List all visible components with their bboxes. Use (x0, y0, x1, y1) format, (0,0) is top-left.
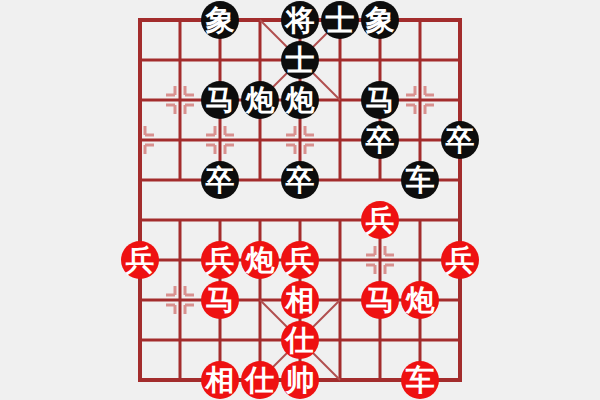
point-5-0[interactable]: 士 (320, 0, 360, 40)
point-7-2[interactable] (400, 80, 440, 120)
point-4-6[interactable]: 兵 (280, 240, 320, 280)
point-2-4[interactable]: 卒 (200, 160, 240, 200)
piece-red-cannon[interactable]: 炮 (241, 241, 279, 279)
point-8-4[interactable] (440, 160, 480, 200)
point-6-1[interactable] (360, 40, 400, 80)
point-2-8[interactable] (200, 320, 240, 360)
board-points: 象将士象士马炮炮马卒卒卒卒车兵兵兵炮兵兵马相马炮仕相仕帅车 (120, 0, 480, 400)
point-7-7[interactable]: 炮 (400, 280, 440, 320)
piece-red-soldier[interactable]: 兵 (441, 241, 479, 279)
point-4-2[interactable]: 炮 (280, 80, 320, 120)
piece-black-advisor[interactable]: 士 (281, 41, 319, 79)
point-8-0[interactable] (440, 0, 480, 40)
piece-red-advisor[interactable]: 仕 (281, 321, 319, 359)
piece-black-elephant[interactable]: 象 (361, 1, 399, 39)
point-3-3[interactable] (240, 120, 280, 160)
piece-red-soldier[interactable]: 兵 (361, 201, 399, 239)
point-7-5[interactable] (400, 200, 440, 240)
point-2-1[interactable] (200, 40, 240, 80)
point-1-8[interactable] (160, 320, 200, 360)
piece-red-cannon[interactable]: 炮 (401, 281, 439, 319)
point-6-4[interactable] (360, 160, 400, 200)
point-0-4[interactable] (120, 160, 160, 200)
point-1-3[interactable] (160, 120, 200, 160)
point-4-1[interactable]: 士 (280, 40, 320, 80)
point-8-7[interactable] (440, 280, 480, 320)
point-6-7[interactable]: 马 (360, 280, 400, 320)
piece-black-soldier[interactable]: 卒 (441, 121, 479, 159)
point-4-9[interactable]: 帅 (280, 360, 320, 400)
point-5-8[interactable] (320, 320, 360, 360)
piece-black-soldier[interactable]: 卒 (361, 121, 399, 159)
point-2-9[interactable]: 相 (200, 360, 240, 400)
piece-black-horse[interactable]: 马 (361, 81, 399, 119)
point-0-7[interactable] (120, 280, 160, 320)
point-8-8[interactable] (440, 320, 480, 360)
point-5-2[interactable] (320, 80, 360, 120)
piece-black-cannon[interactable]: 炮 (281, 81, 319, 119)
point-2-0[interactable]: 象 (200, 0, 240, 40)
piece-red-soldier[interactable]: 兵 (201, 241, 239, 279)
point-2-5[interactable] (200, 200, 240, 240)
point-3-5[interactable] (240, 200, 280, 240)
point-1-7[interactable] (160, 280, 200, 320)
point-2-6[interactable]: 兵 (200, 240, 240, 280)
point-6-9[interactable] (360, 360, 400, 400)
point-1-1[interactable] (160, 40, 200, 80)
point-0-5[interactable] (120, 200, 160, 240)
point-0-3[interactable] (120, 120, 160, 160)
point-8-5[interactable] (440, 200, 480, 240)
point-5-9[interactable] (320, 360, 360, 400)
piece-red-advisor[interactable]: 仕 (241, 361, 279, 399)
point-4-0[interactable]: 将 (280, 0, 320, 40)
piece-black-cannon[interactable]: 炮 (241, 81, 279, 119)
point-4-7[interactable]: 相 (280, 280, 320, 320)
point-8-9[interactable] (440, 360, 480, 400)
point-2-3[interactable] (200, 120, 240, 160)
point-7-4[interactable]: 车 (400, 160, 440, 200)
point-3-0[interactable] (240, 0, 280, 40)
point-5-7[interactable] (320, 280, 360, 320)
point-1-2[interactable] (160, 80, 200, 120)
point-1-6[interactable] (160, 240, 200, 280)
piece-black-soldier[interactable]: 卒 (281, 161, 319, 199)
point-0-9[interactable] (120, 360, 160, 400)
piece-red-elephant[interactable]: 相 (281, 281, 319, 319)
point-3-8[interactable] (240, 320, 280, 360)
piece-red-soldier[interactable]: 兵 (121, 241, 159, 279)
point-3-4[interactable] (240, 160, 280, 200)
point-4-3[interactable] (280, 120, 320, 160)
point-6-0[interactable]: 象 (360, 0, 400, 40)
point-0-0[interactable] (120, 0, 160, 40)
point-3-1[interactable] (240, 40, 280, 80)
point-8-1[interactable] (440, 40, 480, 80)
point-3-2[interactable]: 炮 (240, 80, 280, 120)
point-7-9[interactable]: 车 (400, 360, 440, 400)
point-7-6[interactable] (400, 240, 440, 280)
point-0-6[interactable]: 兵 (120, 240, 160, 280)
point-3-7[interactable] (240, 280, 280, 320)
piece-red-horse[interactable]: 马 (361, 281, 399, 319)
point-4-4[interactable]: 卒 (280, 160, 320, 200)
point-4-8[interactable]: 仕 (280, 320, 320, 360)
piece-black-advisor[interactable]: 士 (321, 1, 359, 39)
point-6-3[interactable]: 卒 (360, 120, 400, 160)
point-2-2[interactable]: 马 (200, 80, 240, 120)
point-8-6[interactable]: 兵 (440, 240, 480, 280)
point-6-6[interactable] (360, 240, 400, 280)
point-5-6[interactable] (320, 240, 360, 280)
piece-red-elephant[interactable]: 相 (201, 361, 239, 399)
piece-black-general[interactable]: 将 (281, 1, 319, 39)
point-7-1[interactable] (400, 40, 440, 80)
point-7-8[interactable] (400, 320, 440, 360)
point-3-9[interactable]: 仕 (240, 360, 280, 400)
piece-black-chariot[interactable]: 车 (401, 161, 439, 199)
piece-red-general[interactable]: 帅 (281, 361, 319, 399)
point-6-2[interactable]: 马 (360, 80, 400, 120)
point-6-5[interactable]: 兵 (360, 200, 400, 240)
point-6-8[interactable] (360, 320, 400, 360)
point-4-5[interactable] (280, 200, 320, 240)
point-0-8[interactable] (120, 320, 160, 360)
point-0-2[interactable] (120, 80, 160, 120)
point-0-1[interactable] (120, 40, 160, 80)
piece-black-elephant[interactable]: 象 (201, 1, 239, 39)
point-5-1[interactable] (320, 40, 360, 80)
piece-black-horse[interactable]: 马 (201, 81, 239, 119)
point-2-7[interactable]: 马 (200, 280, 240, 320)
point-5-5[interactable] (320, 200, 360, 240)
point-1-9[interactable] (160, 360, 200, 400)
point-8-3[interactable]: 卒 (440, 120, 480, 160)
point-7-0[interactable] (400, 0, 440, 40)
point-5-3[interactable] (320, 120, 360, 160)
piece-red-soldier[interactable]: 兵 (281, 241, 319, 279)
xiangqi-board: 象将士象士马炮炮马卒卒卒卒车兵兵兵炮兵兵马相马炮仕相仕帅车 (0, 0, 600, 400)
point-1-5[interactable] (160, 200, 200, 240)
piece-red-horse[interactable]: 马 (201, 281, 239, 319)
piece-red-chariot[interactable]: 车 (401, 361, 439, 399)
point-1-4[interactable] (160, 160, 200, 200)
point-1-0[interactable] (160, 0, 200, 40)
piece-black-soldier[interactable]: 卒 (201, 161, 239, 199)
point-5-4[interactable] (320, 160, 360, 200)
point-7-3[interactable] (400, 120, 440, 160)
point-8-2[interactable] (440, 80, 480, 120)
point-3-6[interactable]: 炮 (240, 240, 280, 280)
